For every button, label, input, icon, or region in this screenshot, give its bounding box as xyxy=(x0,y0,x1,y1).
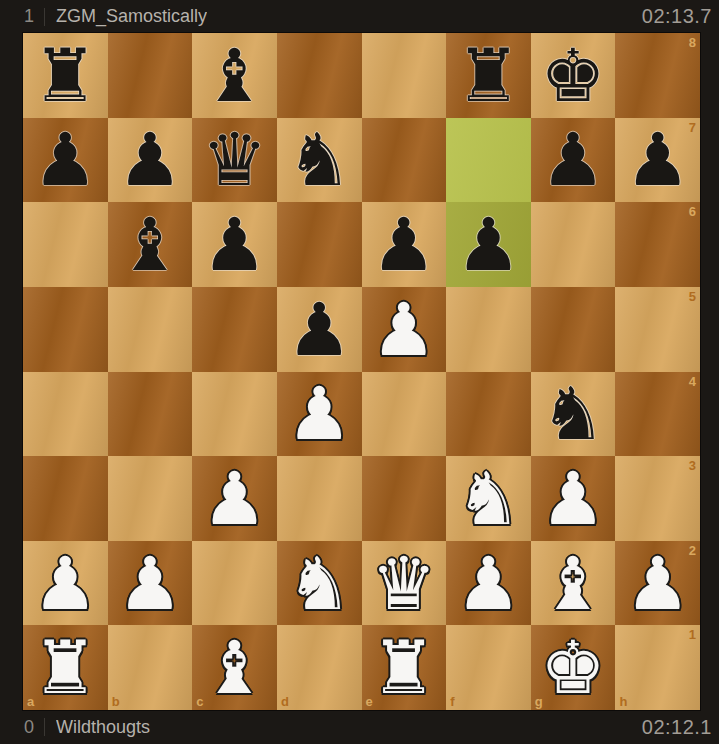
square-h1[interactable]: 1h xyxy=(615,625,700,710)
square-e2[interactable]: ♛ xyxy=(362,541,447,626)
piece-black-rook[interactable]: ♜ xyxy=(23,33,108,118)
rank-label-6: 6 xyxy=(689,204,696,219)
top-player-name: ZGM_Samostically xyxy=(56,6,207,27)
piece-white-pawn[interactable]: ♟ xyxy=(362,287,447,372)
board-container: ♜♝♜♚8♟♟♛♞♟7♟♝♟♟♟6♟♟5♟♞4♟♞♟3♟♟♞♛♟♝2♟a♜bc♝… xyxy=(23,33,700,710)
piece-white-pawn[interactable]: ♟ xyxy=(108,541,193,626)
square-f7[interactable] xyxy=(446,118,531,203)
square-h2[interactable]: 2♟ xyxy=(615,541,700,626)
square-b8[interactable] xyxy=(108,33,193,118)
rank-label-8: 8 xyxy=(689,35,696,50)
square-g6[interactable] xyxy=(531,202,616,287)
square-f8[interactable]: ♜ xyxy=(446,33,531,118)
square-f6[interactable]: ♟ xyxy=(446,202,531,287)
square-e3[interactable] xyxy=(362,456,447,541)
square-c8[interactable]: ♝ xyxy=(192,33,277,118)
bottom-player-score: 0 xyxy=(0,717,34,738)
piece-black-bishop[interactable]: ♝ xyxy=(192,33,277,118)
piece-black-king[interactable]: ♚ xyxy=(531,33,616,118)
piece-white-pawn[interactable]: ♟ xyxy=(23,541,108,626)
piece-black-pawn[interactable]: ♟ xyxy=(277,287,362,372)
square-g8[interactable]: ♚ xyxy=(531,33,616,118)
piece-white-pawn[interactable]: ♟ xyxy=(615,541,700,626)
square-e5[interactable]: ♟ xyxy=(362,287,447,372)
piece-black-bishop[interactable]: ♝ xyxy=(108,202,193,287)
square-d1[interactable]: d xyxy=(277,625,362,710)
square-e4[interactable] xyxy=(362,372,447,457)
square-g3[interactable]: ♟ xyxy=(531,456,616,541)
square-h7[interactable]: 7♟ xyxy=(615,118,700,203)
top-bar-separator xyxy=(44,8,45,26)
bottom-player-clock: 02:12.1 xyxy=(642,716,712,739)
square-e6[interactable]: ♟ xyxy=(362,202,447,287)
square-d4[interactable]: ♟ xyxy=(277,372,362,457)
piece-black-knight[interactable]: ♞ xyxy=(531,372,616,457)
piece-white-king[interactable]: ♚ xyxy=(531,625,616,710)
square-a8[interactable]: ♜ xyxy=(23,33,108,118)
file-label-d: d xyxy=(281,694,289,709)
piece-black-knight[interactable]: ♞ xyxy=(277,118,362,203)
piece-black-rook[interactable]: ♜ xyxy=(446,33,531,118)
square-a6[interactable] xyxy=(23,202,108,287)
square-d7[interactable]: ♞ xyxy=(277,118,362,203)
square-e7[interactable] xyxy=(362,118,447,203)
square-h8[interactable]: 8 xyxy=(615,33,700,118)
square-h5[interactable]: 5 xyxy=(615,287,700,372)
bottom-player-name: Wildthougts xyxy=(56,717,150,738)
square-c3[interactable]: ♟ xyxy=(192,456,277,541)
square-b7[interactable]: ♟ xyxy=(108,118,193,203)
square-f4[interactable] xyxy=(446,372,531,457)
rank-label-1: 1 xyxy=(689,627,696,642)
square-b4[interactable] xyxy=(108,372,193,457)
square-d6[interactable] xyxy=(277,202,362,287)
square-h4[interactable]: 4 xyxy=(615,372,700,457)
square-a2[interactable]: ♟ xyxy=(23,541,108,626)
rank-label-5: 5 xyxy=(689,289,696,304)
piece-black-pawn[interactable]: ♟ xyxy=(108,118,193,203)
top-player-clock: 02:13.7 xyxy=(642,5,712,28)
piece-black-pawn[interactable]: ♟ xyxy=(362,202,447,287)
square-d3[interactable] xyxy=(277,456,362,541)
piece-white-pawn[interactable]: ♟ xyxy=(277,372,362,457)
square-a7[interactable]: ♟ xyxy=(23,118,108,203)
square-c7[interactable]: ♛ xyxy=(192,118,277,203)
rank-label-4: 4 xyxy=(689,374,696,389)
piece-white-queen[interactable]: ♛ xyxy=(362,541,447,626)
square-a5[interactable] xyxy=(23,287,108,372)
top-player-bar: 1 ZGM_Samostically 02:13.7 xyxy=(0,0,719,33)
piece-white-rook[interactable]: ♜ xyxy=(23,625,108,710)
bottom-player-bar: 0 Wildthougts 02:12.1 xyxy=(0,710,719,744)
bottom-bar-separator xyxy=(44,718,45,736)
square-f3[interactable]: ♞ xyxy=(446,456,531,541)
chess-board: ♜♝♜♚8♟♟♛♞♟7♟♝♟♟♟6♟♟5♟♞4♟♞♟3♟♟♞♛♟♝2♟a♜bc♝… xyxy=(23,33,700,710)
square-g4[interactable]: ♞ xyxy=(531,372,616,457)
square-d5[interactable]: ♟ xyxy=(277,287,362,372)
square-d2[interactable]: ♞ xyxy=(277,541,362,626)
square-c1[interactable]: c♝ xyxy=(192,625,277,710)
square-b2[interactable]: ♟ xyxy=(108,541,193,626)
piece-black-pawn[interactable]: ♟ xyxy=(531,118,616,203)
square-f5[interactable] xyxy=(446,287,531,372)
square-h6[interactable]: 6 xyxy=(615,202,700,287)
square-h3[interactable]: 3 xyxy=(615,456,700,541)
square-f1[interactable]: f xyxy=(446,625,531,710)
square-d8[interactable] xyxy=(277,33,362,118)
square-a4[interactable] xyxy=(23,372,108,457)
rank-label-3: 3 xyxy=(689,458,696,473)
square-b6[interactable]: ♝ xyxy=(108,202,193,287)
square-a1[interactable]: a♜ xyxy=(23,625,108,710)
square-c6[interactable]: ♟ xyxy=(192,202,277,287)
square-c2[interactable] xyxy=(192,541,277,626)
piece-white-knight[interactable]: ♞ xyxy=(277,541,362,626)
top-player-score: 1 xyxy=(0,6,34,27)
piece-white-bishop[interactable]: ♝ xyxy=(531,541,616,626)
piece-black-pawn[interactable]: ♟ xyxy=(23,118,108,203)
square-e8[interactable] xyxy=(362,33,447,118)
square-a3[interactable] xyxy=(23,456,108,541)
square-e1[interactable]: e♜ xyxy=(362,625,447,710)
piece-white-pawn[interactable]: ♟ xyxy=(531,456,616,541)
square-b3[interactable] xyxy=(108,456,193,541)
piece-white-rook[interactable]: ♜ xyxy=(362,625,447,710)
square-b5[interactable] xyxy=(108,287,193,372)
square-f2[interactable]: ♟ xyxy=(446,541,531,626)
square-g2[interactable]: ♝ xyxy=(531,541,616,626)
piece-black-queen[interactable]: ♛ xyxy=(192,118,277,203)
piece-black-pawn[interactable]: ♟ xyxy=(192,202,277,287)
piece-white-pawn[interactable]: ♟ xyxy=(192,456,277,541)
piece-black-pawn[interactable]: ♟ xyxy=(446,202,531,287)
square-g1[interactable]: g♚ xyxy=(531,625,616,710)
file-label-f: f xyxy=(450,694,454,709)
square-c5[interactable] xyxy=(192,287,277,372)
square-c4[interactable] xyxy=(192,372,277,457)
square-g5[interactable] xyxy=(531,287,616,372)
square-g7[interactable]: ♟ xyxy=(531,118,616,203)
square-b1[interactable]: b xyxy=(108,625,193,710)
file-label-h: h xyxy=(619,694,627,709)
piece-white-pawn[interactable]: ♟ xyxy=(446,541,531,626)
file-label-b: b xyxy=(112,694,120,709)
piece-white-bishop[interactable]: ♝ xyxy=(192,625,277,710)
piece-black-pawn[interactable]: ♟ xyxy=(615,118,700,203)
piece-white-knight[interactable]: ♞ xyxy=(446,456,531,541)
